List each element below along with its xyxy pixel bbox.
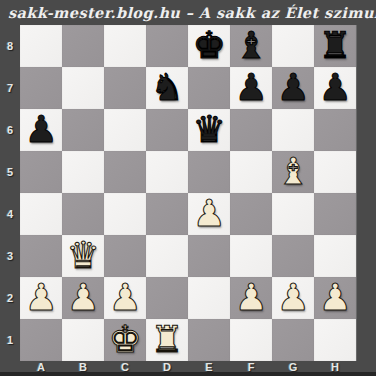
- square-d2[interactable]: [146, 277, 188, 319]
- square-e1[interactable]: [188, 319, 230, 361]
- rank-label-6: 6: [0, 109, 20, 151]
- rank-label-4: 4: [0, 193, 20, 235]
- page-title: sakk-mester.blog.hu – A sakk az Élet szi…: [8, 4, 376, 21]
- rank-label-8: 8: [0, 25, 20, 67]
- square-f1[interactable]: [230, 319, 272, 361]
- square-a3[interactable]: [20, 235, 62, 277]
- square-d1[interactable]: ♜: [146, 319, 188, 361]
- rank-label-1: 1: [0, 319, 20, 361]
- chess-board: ♚♝♜♞♟♟♟♟♛♝♟♛♟♟♟♟♟♟♚♜: [20, 25, 357, 361]
- piece-black-rook: ♜: [318, 25, 351, 67]
- piece-white-pawn: ♟: [24, 277, 57, 319]
- square-h2[interactable]: ♟: [314, 277, 356, 319]
- square-a1[interactable]: [20, 319, 62, 361]
- piece-white-pawn: ♟: [108, 277, 141, 319]
- square-c5[interactable]: [104, 151, 146, 193]
- rank-label-2: 2: [0, 277, 20, 319]
- square-h4[interactable]: [314, 193, 356, 235]
- piece-black-bishop: ♝: [234, 25, 267, 67]
- square-e8[interactable]: ♚: [188, 25, 230, 67]
- square-c4[interactable]: [104, 193, 146, 235]
- square-f5[interactable]: [230, 151, 272, 193]
- square-g6[interactable]: [272, 109, 314, 151]
- square-d7[interactable]: ♞: [146, 67, 188, 109]
- square-f7[interactable]: ♟: [230, 67, 272, 109]
- piece-white-bishop: ♝: [276, 151, 309, 193]
- file-coordinates: ABCDEFGH: [20, 361, 356, 372]
- rank-label-7: 7: [0, 67, 20, 109]
- title-bar: sakk-mester.blog.hu – A sakk az Élet szi…: [0, 0, 376, 25]
- square-a7[interactable]: [20, 67, 62, 109]
- square-b1[interactable]: [62, 319, 104, 361]
- square-f6[interactable]: [230, 109, 272, 151]
- piece-white-queen: ♛: [66, 235, 99, 277]
- square-a2[interactable]: ♟: [20, 277, 62, 319]
- square-c1[interactable]: ♚: [104, 319, 146, 361]
- square-h3[interactable]: [314, 235, 356, 277]
- square-d6[interactable]: [146, 109, 188, 151]
- square-h5[interactable]: [314, 151, 356, 193]
- piece-black-knight: ♞: [150, 67, 183, 109]
- square-e4[interactable]: ♟: [188, 193, 230, 235]
- piece-white-pawn: ♟: [276, 277, 309, 319]
- square-e5[interactable]: [188, 151, 230, 193]
- square-g8[interactable]: [272, 25, 314, 67]
- square-g1[interactable]: [272, 319, 314, 361]
- square-b7[interactable]: [62, 67, 104, 109]
- square-e2[interactable]: [188, 277, 230, 319]
- rank-label-3: 3: [0, 235, 20, 277]
- square-b2[interactable]: ♟: [62, 277, 104, 319]
- square-c7[interactable]: [104, 67, 146, 109]
- piece-white-king: ♚: [108, 319, 141, 361]
- square-d3[interactable]: [146, 235, 188, 277]
- square-c2[interactable]: ♟: [104, 277, 146, 319]
- square-g7[interactable]: ♟: [272, 67, 314, 109]
- square-c8[interactable]: [104, 25, 146, 67]
- square-b5[interactable]: [62, 151, 104, 193]
- chess-diagram-window: sakk-mester.blog.hu – A sakk az Élet szi…: [0, 0, 376, 376]
- square-f3[interactable]: [230, 235, 272, 277]
- rank-label-5: 5: [0, 151, 20, 193]
- piece-black-king: ♚: [192, 25, 225, 67]
- piece-black-pawn: ♟: [234, 67, 267, 109]
- square-e7[interactable]: [188, 67, 230, 109]
- bottom-edge: [0, 372, 376, 376]
- piece-black-pawn: ♟: [318, 67, 351, 109]
- square-g5[interactable]: ♝: [272, 151, 314, 193]
- square-a8[interactable]: [20, 25, 62, 67]
- square-h7[interactable]: ♟: [314, 67, 356, 109]
- square-a4[interactable]: [20, 193, 62, 235]
- square-g4[interactable]: [272, 193, 314, 235]
- square-b3[interactable]: ♛: [62, 235, 104, 277]
- square-e3[interactable]: [188, 235, 230, 277]
- square-g3[interactable]: [272, 235, 314, 277]
- square-c3[interactable]: [104, 235, 146, 277]
- square-d4[interactable]: [146, 193, 188, 235]
- piece-black-pawn: ♟: [24, 109, 57, 151]
- square-h8[interactable]: ♜: [314, 25, 356, 67]
- piece-white-pawn: ♟: [192, 193, 225, 235]
- square-f8[interactable]: ♝: [230, 25, 272, 67]
- piece-black-pawn: ♟: [276, 67, 309, 109]
- square-d5[interactable]: [146, 151, 188, 193]
- square-h1[interactable]: [314, 319, 356, 361]
- square-f2[interactable]: ♟: [230, 277, 272, 319]
- square-h6[interactable]: [314, 109, 356, 151]
- square-b4[interactable]: [62, 193, 104, 235]
- rank-coordinates: 87654321: [0, 25, 20, 361]
- square-a5[interactable]: [20, 151, 62, 193]
- square-b8[interactable]: [62, 25, 104, 67]
- piece-white-pawn: ♟: [66, 277, 99, 319]
- square-f4[interactable]: [230, 193, 272, 235]
- piece-white-pawn: ♟: [234, 277, 267, 319]
- square-a6[interactable]: ♟: [20, 109, 62, 151]
- piece-white-pawn: ♟: [318, 277, 351, 319]
- square-c6[interactable]: [104, 109, 146, 151]
- square-g2[interactable]: ♟: [272, 277, 314, 319]
- piece-black-queen: ♛: [192, 109, 225, 151]
- square-e6[interactable]: ♛: [188, 109, 230, 151]
- square-d8[interactable]: [146, 25, 188, 67]
- piece-white-rook: ♜: [150, 319, 183, 361]
- square-b6[interactable]: [62, 109, 104, 151]
